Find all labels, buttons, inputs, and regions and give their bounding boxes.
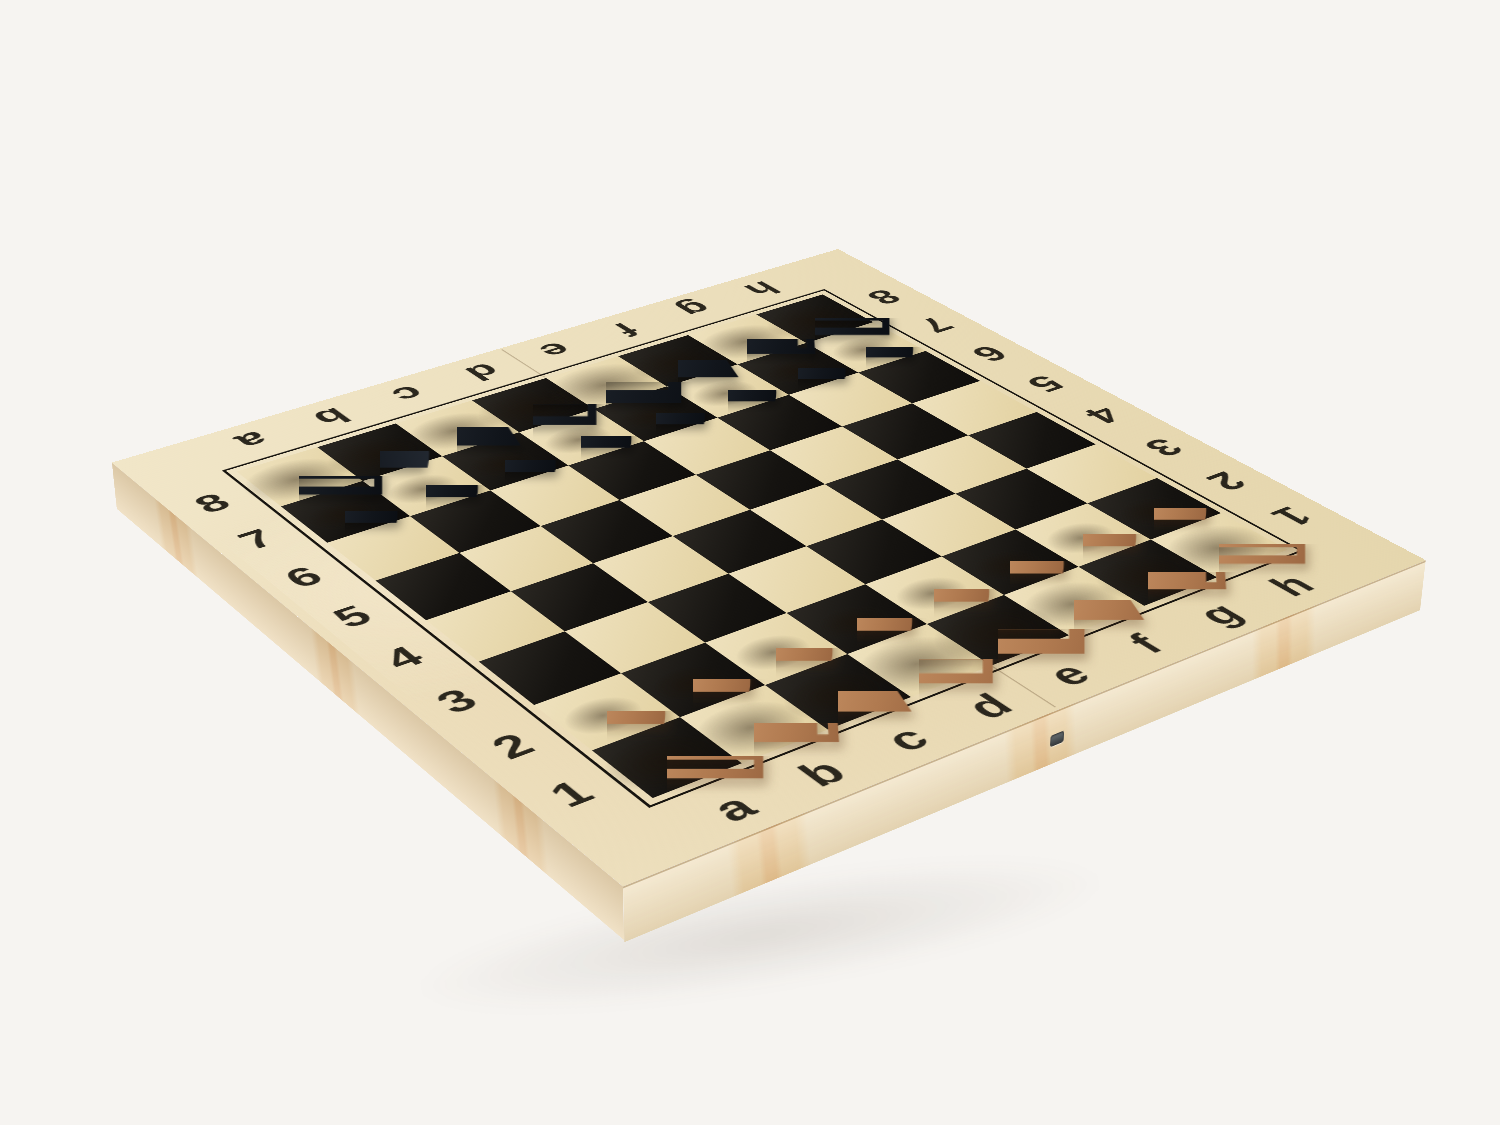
hinge-clasp <box>1050 730 1064 747</box>
photo-backdrop: 87654321 87654321 abcdefgh abcdefgh ♜♞♝♛… <box>0 0 1500 1125</box>
